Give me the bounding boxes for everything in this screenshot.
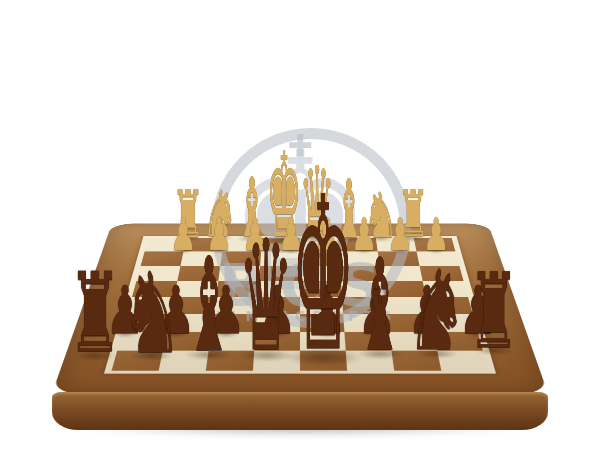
chess-piece-black-pawn: ♟ — [361, 285, 493, 336]
chess-piece-black-pawn: ♟ — [211, 285, 343, 336]
piece-shadow — [132, 351, 173, 360]
chess-piece-white-knight: ♞ — [319, 191, 443, 240]
chess-piece-black-pawn: ♟ — [261, 285, 393, 336]
piece-shadow — [211, 247, 228, 253]
piece-shadow — [466, 331, 490, 337]
chess-piece-black-queen: ♛ — [226, 237, 306, 356]
chess-piece-black-knight: ♞ — [375, 268, 499, 355]
chess-piece-black-bishop: ♝ — [167, 255, 251, 356]
piece-shadow — [415, 331, 439, 337]
piece-shadow — [208, 235, 232, 241]
chess-piece-black-rook: ♜ — [439, 271, 549, 352]
piece-shadow — [401, 235, 425, 241]
piece-shadow — [392, 247, 409, 253]
piece-shadow — [214, 331, 238, 337]
chess-piece-black-knight: ♞ — [90, 270, 214, 357]
piece-shadow — [356, 247, 373, 253]
chess-piece-white-rook: ♜ — [358, 190, 468, 240]
piece-shadow — [284, 349, 362, 366]
chess-set-photo: ✚ ♚ BCS HANDICRAFTS ♜♞♝♚♛♝♞♜♟♟♟♟♟♟♟♟♟♟♟♟… — [0, 0, 600, 463]
piece-shadow — [370, 235, 393, 241]
piece-shadow — [283, 247, 300, 253]
piece-shadow — [247, 247, 264, 253]
chess-piece-black-pawn: ♟ — [110, 285, 242, 336]
pieces-layer: ♜♞♝♚♛♝♞♜♟♟♟♟♟♟♟♟♟♟♟♟♟♟♟♟♜♞♝♛♚♝♞♜ — [0, 0, 600, 463]
chess-piece-white-bishop: ♝ — [307, 178, 391, 241]
chess-piece-black-pawn: ♟ — [412, 285, 544, 336]
piece-shadow — [315, 331, 339, 337]
piece-shadow — [175, 247, 192, 253]
chess-piece-white-knight: ♞ — [158, 190, 282, 240]
piece-shadow — [185, 350, 233, 360]
chess-piece-black-pawn: ♟ — [59, 285, 191, 336]
piece-shadow — [176, 235, 200, 241]
chess-piece-white-rook: ♜ — [133, 189, 243, 240]
piece-shadow — [417, 349, 458, 358]
piece-shadow — [334, 236, 364, 242]
chess-piece-black-pawn: ♟ — [311, 285, 443, 336]
chess-piece-black-bishop: ♝ — [338, 256, 422, 355]
piece-shadow — [357, 349, 404, 359]
chess-piece-white-queen: ♛ — [277, 164, 357, 241]
piece-shadow — [299, 236, 335, 244]
piece-shadow — [475, 346, 513, 354]
piece-shadow — [113, 331, 137, 337]
chess-piece-white-bishop: ♝ — [210, 176, 294, 240]
piece-shadow — [265, 331, 289, 337]
piece-shadow — [75, 351, 115, 360]
chess-piece-black-pawn: ♟ — [160, 285, 292, 336]
chess-piece-black-rook: ♜ — [40, 271, 150, 357]
piece-shadow — [428, 247, 445, 253]
piece-shadow — [365, 331, 389, 337]
chess-piece-white-king: ♚ — [250, 149, 318, 241]
piece-shadow — [164, 331, 188, 337]
piece-shadow — [319, 247, 336, 253]
